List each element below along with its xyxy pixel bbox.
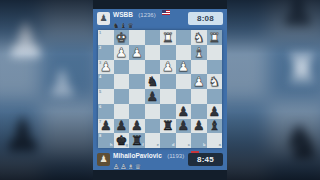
white-pawn[interactable]: ♟ <box>131 46 143 59</box>
black-bishop[interactable]: ♝ <box>208 119 220 132</box>
white-knight[interactable]: ♞ <box>208 75 220 88</box>
rank-label: 2 <box>99 46 101 50</box>
square-h2[interactable]: 2 <box>98 45 114 60</box>
square-e4[interactable]: ♞ <box>145 74 161 89</box>
player-bar: ♟ MihailoPavlovic (1193) ♙♙♗♕ 8:45 <box>93 150 227 169</box>
square-b7[interactable]: ♟ <box>191 119 207 134</box>
square-c5[interactable] <box>176 89 192 104</box>
white-rook[interactable]: ♜ <box>208 31 220 44</box>
black-pawn[interactable]: ♟ <box>193 119 205 132</box>
square-a5[interactable] <box>207 89 223 104</box>
square-h5[interactable]: 5 <box>98 89 114 104</box>
player-rating: (1193) <box>167 153 184 159</box>
captured-piece-icon: ♝ <box>120 22 126 30</box>
black-pawn[interactable]: ♟ <box>100 119 112 132</box>
rank-label: 5 <box>99 90 101 94</box>
file-label: h <box>110 143 112 147</box>
square-g4[interactable] <box>114 74 130 89</box>
background-shade <box>0 0 93 180</box>
white-pawn[interactable]: ♟ <box>115 46 127 59</box>
bottom-captured-tray: ♙♙♗♕ <box>113 161 199 170</box>
square-c1[interactable] <box>176 30 192 45</box>
file-label: b <box>203 143 205 147</box>
square-f7[interactable]: ♟ <box>129 119 145 134</box>
square-f8[interactable]: f♜ <box>129 133 145 148</box>
square-b8[interactable]: b <box>191 133 207 148</box>
square-a7[interactable]: ♝ <box>207 119 223 134</box>
opponent-rating: (1236) <box>138 12 155 18</box>
white-pawn[interactable]: ♟ <box>177 60 189 73</box>
top-captured-tray: ♞♝♛ <box>113 20 170 29</box>
square-a3[interactable] <box>207 60 223 75</box>
square-f6[interactable] <box>129 104 145 119</box>
opponent-info: WSBB (1236) ♞♝♛ <box>113 8 170 29</box>
square-a6[interactable]: ♟ <box>207 104 223 119</box>
square-c7[interactable]: ♟ <box>176 119 192 134</box>
square-a2[interactable] <box>207 45 223 60</box>
rank-label: 1 <box>99 31 101 35</box>
square-h3[interactable]: 3♟ <box>98 60 114 75</box>
square-d1[interactable]: ♜ <box>160 30 176 45</box>
square-c6[interactable]: ♟ <box>176 104 192 119</box>
square-f5[interactable] <box>129 89 145 104</box>
square-b3[interactable] <box>191 60 207 75</box>
black-rook[interactable]: ♜ <box>162 119 174 132</box>
white-king[interactable]: ♚ <box>115 31 127 44</box>
square-b4[interactable]: ♟ <box>191 74 207 89</box>
square-h6[interactable]: 6 <box>98 104 114 119</box>
square-d6[interactable] <box>160 104 176 119</box>
captured-piece-icon: ♞ <box>113 22 119 30</box>
opponent-avatar[interactable]: ♟ <box>97 12 110 25</box>
white-bishop[interactable]: ♝ <box>193 46 205 59</box>
blurred-background-left: ♟ ♟ ♟ <box>0 0 93 180</box>
square-f1[interactable] <box>129 30 145 45</box>
square-f3[interactable] <box>129 60 145 75</box>
square-e5[interactable]: ♟ <box>145 89 161 104</box>
square-e6[interactable] <box>145 104 161 119</box>
white-rook[interactable]: ♜ <box>162 31 174 44</box>
white-pawn[interactable]: ♟ <box>162 60 174 73</box>
blurred-background-right: ♟ ♜ ♞ <box>227 0 320 180</box>
square-d2[interactable] <box>160 45 176 60</box>
black-pawn[interactable]: ♟ <box>208 105 220 118</box>
us-flag-icon <box>162 10 170 15</box>
square-g8[interactable]: g♚ <box>114 133 130 148</box>
letterbox-bottom <box>93 170 227 180</box>
square-f2[interactable]: ♟ <box>129 45 145 60</box>
file-label: e <box>157 143 159 147</box>
file-label: a <box>219 143 221 147</box>
square-g2[interactable]: ♟ <box>114 45 130 60</box>
square-c4[interactable] <box>176 74 192 89</box>
opponent-clock: 8:08 <box>188 12 223 25</box>
chess-board: 1♚♜♞♜2♟♟♝3♟♟♟4♞♟♞5♟6♟♟7♟♟♟♜♟♟♝8hg♚f♜edcb… <box>98 30 222 148</box>
square-e7[interactable] <box>145 119 161 134</box>
square-h4[interactable]: 4 <box>98 74 114 89</box>
square-g3[interactable] <box>114 60 130 75</box>
square-g7[interactable]: ♟ <box>114 119 130 134</box>
chess-app-video: ♟ WSBB (1236) ♞♝♛ 8:08 1♚♜♞♜2♟♟♝3♟♟♟4♞♟♞… <box>93 0 227 180</box>
square-g5[interactable] <box>114 89 130 104</box>
black-knight[interactable]: ♞ <box>146 75 158 88</box>
square-b2[interactable]: ♝ <box>191 45 207 60</box>
square-d3[interactable]: ♟ <box>160 60 176 75</box>
square-g1[interactable]: ♚ <box>114 30 130 45</box>
white-pawn[interactable]: ♟ <box>100 60 112 73</box>
square-h7[interactable]: 7♟ <box>98 119 114 134</box>
square-d7[interactable]: ♜ <box>160 119 176 134</box>
player-info: MihailoPavlovic (1193) ♙♙♗♕ <box>113 149 199 170</box>
square-c3[interactable]: ♟ <box>176 60 192 75</box>
file-label: f <box>142 143 143 147</box>
background-shade <box>227 0 320 180</box>
black-pawn[interactable]: ♟ <box>131 119 143 132</box>
black-pawn[interactable]: ♟ <box>146 90 158 103</box>
avatar-piece-icon: ♟ <box>99 155 107 164</box>
square-a4[interactable]: ♞ <box>207 74 223 89</box>
white-pawn[interactable]: ♟ <box>193 75 205 88</box>
square-b6[interactable] <box>191 104 207 119</box>
square-a8[interactable]: a <box>207 133 223 148</box>
square-e1[interactable] <box>145 30 161 45</box>
black-pawn[interactable]: ♟ <box>115 119 127 132</box>
player-clock: 8:45 <box>188 153 223 166</box>
opponent-name: WSBB <box>113 11 133 18</box>
white-knight[interactable]: ♞ <box>193 31 205 44</box>
rank-label: 7 <box>99 120 101 124</box>
player-name: MihailoPavlovic <box>113 152 162 159</box>
video-frame: ♟ ♟ ♟ ♟ ♜ ♞ ♟ WSBB (1236) ♞♝♛ 8:08 <box>0 0 320 180</box>
opponent-bar: ♟ WSBB (1236) ♞♝♛ 8:08 <box>93 9 227 28</box>
square-f4[interactable] <box>129 74 145 89</box>
avatar-piece-icon: ♟ <box>99 14 107 23</box>
rank-label: 3 <box>99 61 101 65</box>
rank-label: 4 <box>99 75 101 79</box>
file-label: d <box>172 143 174 147</box>
square-b5[interactable] <box>191 89 207 104</box>
player-avatar[interactable]: ♟ <box>97 153 110 166</box>
square-a1[interactable]: ♜ <box>207 30 223 45</box>
black-pawn[interactable]: ♟ <box>177 105 189 118</box>
rank-label: 6 <box>99 105 101 109</box>
square-e2[interactable] <box>145 45 161 60</box>
black-rook[interactable]: ♜ <box>131 134 143 147</box>
file-label: g <box>126 143 128 147</box>
square-e3[interactable] <box>145 60 161 75</box>
square-d5[interactable] <box>160 89 176 104</box>
square-c2[interactable] <box>176 45 192 60</box>
square-h8[interactable]: 8h <box>98 133 114 148</box>
square-h1[interactable]: 1 <box>98 30 114 45</box>
black-pawn[interactable]: ♟ <box>177 119 189 132</box>
square-d4[interactable] <box>160 74 176 89</box>
square-e8[interactable]: e <box>145 133 161 148</box>
captured-piece-icon: ♛ <box>128 22 134 30</box>
square-b1[interactable]: ♞ <box>191 30 207 45</box>
rank-label: 8 <box>99 134 101 138</box>
square-g6[interactable] <box>114 104 130 119</box>
